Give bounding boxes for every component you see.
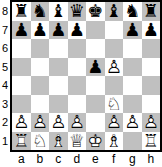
piece-glyph: ♞ bbox=[123, 2, 142, 21]
piece-black-pawn: ♟ bbox=[31, 21, 50, 40]
piece-black-pawn: ♟ bbox=[123, 21, 142, 40]
file-label-d: d bbox=[68, 152, 87, 167]
piece-white-pawn: ♟♙ bbox=[105, 58, 124, 77]
square-f5[interactable]: ♟♙ bbox=[105, 58, 124, 77]
piece-glyph: ♙ bbox=[31, 113, 50, 132]
piece-black-rook: ♜ bbox=[142, 2, 161, 21]
piece-black-king: ♚ bbox=[86, 2, 105, 21]
piece-black-knight: ♞ bbox=[31, 2, 50, 21]
square-e6[interactable] bbox=[86, 39, 105, 58]
rank-label-7: 7 bbox=[0, 21, 10, 40]
piece-glyph: ♛ bbox=[68, 2, 87, 21]
square-e7[interactable] bbox=[86, 21, 105, 40]
square-d6[interactable] bbox=[68, 39, 87, 58]
piece-glyph: ♕ bbox=[68, 132, 87, 151]
piece-glyph: ♟ bbox=[86, 58, 105, 77]
square-d5[interactable] bbox=[68, 58, 87, 77]
square-d2[interactable]: ♟♙ bbox=[68, 113, 87, 132]
piece-glyph: ♟ bbox=[142, 21, 161, 40]
piece-black-knight: ♞ bbox=[123, 2, 142, 21]
piece-glyph: ♖ bbox=[12, 132, 31, 151]
piece-glyph: ♙ bbox=[68, 113, 87, 132]
square-d1[interactable]: ♛♕ bbox=[68, 132, 87, 151]
piece-white-bishop: ♝♗ bbox=[105, 132, 124, 151]
piece-white-pawn: ♟♙ bbox=[105, 113, 124, 132]
square-f7[interactable] bbox=[105, 21, 124, 40]
square-f1[interactable]: ♝♗ bbox=[105, 132, 124, 151]
file-label-b: b bbox=[31, 152, 50, 167]
file-label-a: a bbox=[12, 152, 31, 167]
square-a2[interactable]: ♟♙ bbox=[12, 113, 31, 132]
rank-label-4: 4 bbox=[0, 76, 10, 95]
piece-glyph: ♟ bbox=[12, 21, 31, 40]
piece-glyph: ♘ bbox=[31, 132, 50, 151]
square-g7[interactable]: ♟ bbox=[123, 21, 142, 40]
square-e3[interactable] bbox=[86, 95, 105, 114]
file-label-e: e bbox=[86, 152, 105, 167]
piece-white-pawn: ♟♙ bbox=[49, 113, 68, 132]
square-b8[interactable]: ♞ bbox=[31, 2, 50, 21]
square-b2[interactable]: ♟♙ bbox=[31, 113, 50, 132]
square-g2[interactable]: ♟♙ bbox=[123, 113, 142, 132]
square-h8[interactable]: ♜ bbox=[142, 2, 161, 21]
square-d8[interactable]: ♛ bbox=[68, 2, 87, 21]
piece-glyph: ♙ bbox=[142, 113, 161, 132]
piece-black-rook: ♜ bbox=[12, 2, 31, 21]
square-b7[interactable]: ♟ bbox=[31, 21, 50, 40]
piece-glyph: ♜ bbox=[142, 2, 161, 21]
piece-glyph: ♗ bbox=[105, 132, 124, 151]
piece-white-pawn: ♟♙ bbox=[123, 113, 142, 132]
square-f6[interactable] bbox=[105, 39, 124, 58]
square-a8[interactable]: ♜ bbox=[12, 2, 31, 21]
square-c2[interactable]: ♟♙ bbox=[49, 113, 68, 132]
square-c4[interactable] bbox=[49, 76, 68, 95]
chess-diagram: 87654321 ♜♞♝♛♚♝♞♜♟♟♟♟♟♟♟♟♙♞♘♟♙♟♙♟♙♟♙♟♙♟♙… bbox=[0, 0, 162, 167]
square-a5[interactable] bbox=[12, 58, 31, 77]
piece-black-pawn: ♟ bbox=[68, 21, 87, 40]
square-c6[interactable] bbox=[49, 39, 68, 58]
piece-glyph: ♜ bbox=[12, 2, 31, 21]
square-h7[interactable]: ♟ bbox=[142, 21, 161, 40]
square-e8[interactable]: ♚ bbox=[86, 2, 105, 21]
file-labels: abcdefgh bbox=[12, 152, 160, 167]
square-h6[interactable] bbox=[142, 39, 161, 58]
piece-white-rook: ♜♖ bbox=[12, 132, 31, 151]
file-label-g: g bbox=[123, 152, 142, 167]
piece-white-pawn: ♟♙ bbox=[142, 113, 161, 132]
square-g1[interactable] bbox=[123, 132, 142, 151]
square-d7[interactable]: ♟ bbox=[68, 21, 87, 40]
piece-glyph: ♖ bbox=[142, 132, 161, 151]
square-e2[interactable] bbox=[86, 113, 105, 132]
square-a4[interactable] bbox=[12, 76, 31, 95]
piece-glyph: ♝ bbox=[105, 2, 124, 21]
piece-glyph: ♝ bbox=[49, 2, 68, 21]
square-f2[interactable]: ♟♙ bbox=[105, 113, 124, 132]
piece-black-pawn: ♟ bbox=[49, 21, 68, 40]
piece-glyph: ♟ bbox=[31, 21, 50, 40]
piece-black-queen: ♛ bbox=[68, 2, 87, 21]
piece-glyph: ♙ bbox=[123, 113, 142, 132]
square-e1[interactable]: ♚♔ bbox=[86, 132, 105, 151]
square-c7[interactable]: ♟ bbox=[49, 21, 68, 40]
rank-label-6: 6 bbox=[0, 39, 10, 58]
piece-white-bishop: ♝♗ bbox=[49, 132, 68, 151]
rank-label-8: 8 bbox=[0, 2, 10, 21]
piece-black-pawn: ♟ bbox=[142, 21, 161, 40]
square-g6[interactable] bbox=[123, 39, 142, 58]
piece-glyph: ♙ bbox=[12, 113, 31, 132]
rank-label-5: 5 bbox=[0, 58, 10, 77]
file-label-f: f bbox=[105, 152, 124, 167]
piece-black-bishop: ♝ bbox=[105, 2, 124, 21]
piece-glyph: ♟ bbox=[123, 21, 142, 40]
piece-white-knight: ♞♘ bbox=[31, 132, 50, 151]
piece-glyph: ♞ bbox=[31, 2, 50, 21]
square-a1[interactable]: ♜♖ bbox=[12, 132, 31, 151]
piece-black-pawn: ♟ bbox=[12, 21, 31, 40]
square-e4[interactable] bbox=[86, 76, 105, 95]
square-b5[interactable] bbox=[31, 58, 50, 77]
rank-label-3: 3 bbox=[0, 95, 10, 114]
piece-glyph: ♚ bbox=[86, 2, 105, 21]
piece-black-bishop: ♝ bbox=[49, 2, 68, 21]
square-g4[interactable] bbox=[123, 76, 142, 95]
piece-black-pawn: ♟ bbox=[86, 58, 105, 77]
file-label-c: c bbox=[49, 152, 68, 167]
piece-white-rook: ♜♖ bbox=[142, 132, 161, 151]
piece-glyph: ♟ bbox=[49, 21, 68, 40]
square-h2[interactable]: ♟♙ bbox=[142, 113, 161, 132]
piece-glyph: ♗ bbox=[49, 132, 68, 151]
square-g5[interactable] bbox=[123, 58, 142, 77]
piece-white-pawn: ♟♙ bbox=[12, 113, 31, 132]
square-b6[interactable] bbox=[31, 39, 50, 58]
square-d4[interactable] bbox=[68, 76, 87, 95]
piece-white-pawn: ♟♙ bbox=[68, 113, 87, 132]
piece-white-king: ♚♔ bbox=[86, 132, 105, 151]
piece-glyph: ♟ bbox=[68, 21, 87, 40]
piece-glyph: ♙ bbox=[105, 58, 124, 77]
square-h5[interactable] bbox=[142, 58, 161, 77]
board: ♜♞♝♛♚♝♞♜♟♟♟♟♟♟♟♟♙♞♘♟♙♟♙♟♙♟♙♟♙♟♙♟♙♜♖♞♘♝♗♛… bbox=[10, 0, 162, 152]
piece-white-queen: ♛♕ bbox=[68, 132, 87, 151]
square-f8[interactable]: ♝ bbox=[105, 2, 124, 21]
square-h4[interactable] bbox=[142, 76, 161, 95]
piece-white-pawn: ♟♙ bbox=[31, 113, 50, 132]
square-b1[interactable]: ♞♘ bbox=[31, 132, 50, 151]
rank-label-1: 1 bbox=[0, 132, 10, 151]
square-a6[interactable] bbox=[12, 39, 31, 58]
square-e5[interactable]: ♟ bbox=[86, 58, 105, 77]
square-b4[interactable] bbox=[31, 76, 50, 95]
piece-glyph: ♙ bbox=[49, 113, 68, 132]
square-f4[interactable] bbox=[105, 76, 124, 95]
file-label-h: h bbox=[142, 152, 161, 167]
square-c8[interactable]: ♝ bbox=[49, 2, 68, 21]
piece-glyph: ♔ bbox=[86, 132, 105, 151]
square-h1[interactable]: ♜♖ bbox=[142, 132, 161, 151]
rank-labels: 87654321 bbox=[0, 2, 10, 150]
square-a7[interactable]: ♟ bbox=[12, 21, 31, 40]
square-c1[interactable]: ♝♗ bbox=[49, 132, 68, 151]
piece-glyph: ♙ bbox=[105, 113, 124, 132]
square-c5[interactable] bbox=[49, 58, 68, 77]
rank-label-2: 2 bbox=[0, 113, 10, 132]
square-g8[interactable]: ♞ bbox=[123, 2, 142, 21]
